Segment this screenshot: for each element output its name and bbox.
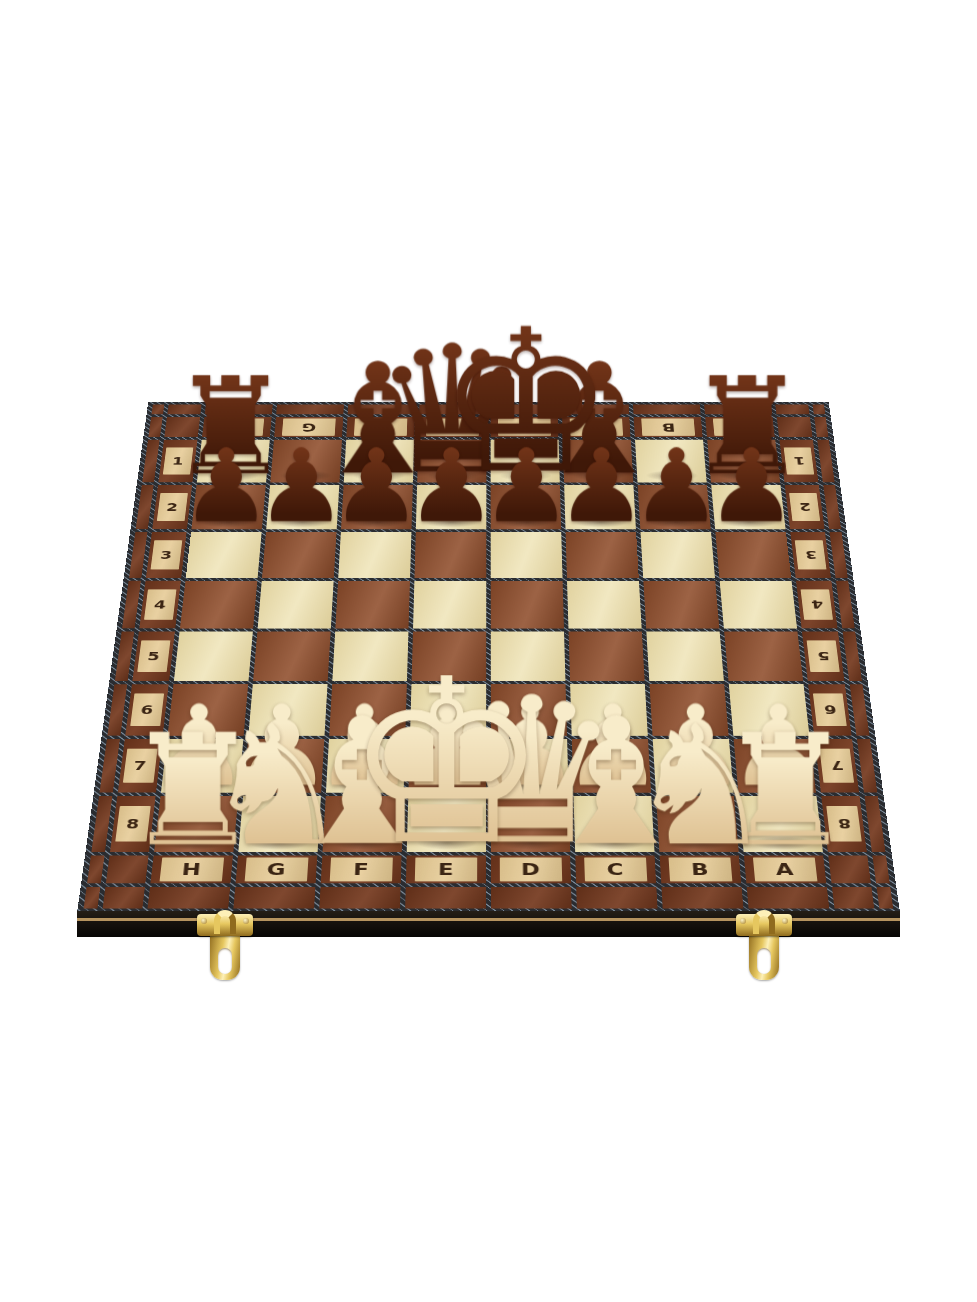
- piece-shadow: [335, 777, 395, 790]
- coord-bottom-a: A: [744, 855, 827, 883]
- frame-margin-cell: [832, 887, 874, 909]
- square-h6: [168, 684, 249, 736]
- coord-tag: 3: [150, 540, 182, 569]
- coord-label: 7: [133, 758, 148, 772]
- screw-icon: [201, 918, 207, 924]
- coord-tag: F: [354, 418, 408, 435]
- coord-tag: E: [426, 418, 479, 435]
- frame-margin-cell: [319, 887, 401, 909]
- piece-shadow: [572, 470, 625, 481]
- coord-top-g: G: [274, 417, 343, 437]
- frame-corner-cell: [777, 417, 813, 437]
- coord-left-7: 7: [118, 739, 163, 793]
- coord-label: G: [301, 421, 317, 433]
- coord-tag: H: [159, 857, 224, 881]
- square-a4: [720, 581, 797, 629]
- coord-label: 3: [804, 549, 818, 561]
- square-c6: [570, 684, 648, 736]
- coord-left-1: 1: [158, 440, 197, 483]
- clasp-hasp: [749, 930, 779, 980]
- square-d4: [491, 581, 564, 629]
- coord-bottom-g: G: [236, 855, 318, 883]
- folding-box-edge: [77, 911, 900, 937]
- coord-tag: G: [282, 418, 336, 435]
- clasp-arch: [753, 910, 775, 934]
- frame-margin-cell: [829, 532, 848, 578]
- frame-margin-cell: [348, 404, 416, 414]
- square-e6: [410, 684, 486, 736]
- piece-shadow: [751, 836, 813, 850]
- square-d7: ♟: [491, 739, 569, 793]
- coord-label: 4: [810, 598, 824, 611]
- coord-tag: D: [500, 857, 563, 881]
- coord-left-6: 6: [125, 684, 169, 736]
- coord-top-d: D: [491, 417, 559, 437]
- coord-tag: 3: [794, 540, 826, 569]
- frame-corner-cell: [828, 855, 871, 883]
- piece-shadow: [500, 836, 561, 850]
- coord-tag: 4: [144, 589, 177, 620]
- square-h5: [174, 632, 253, 682]
- square-b2: ♟: [638, 485, 711, 529]
- coord-top-h: H: [202, 417, 272, 437]
- square-a7: ♟: [734, 739, 816, 793]
- coord-label: 5: [816, 649, 831, 662]
- piece-shadow: [645, 470, 699, 481]
- frame-margin-cell: [103, 887, 145, 909]
- square-a6: [729, 684, 810, 736]
- coord-left-3: 3: [146, 532, 187, 578]
- coord-tag: D: [498, 418, 551, 435]
- square-h1: ♜: [197, 440, 270, 483]
- piece-shadow: [664, 777, 724, 790]
- coord-label: 8: [836, 816, 852, 831]
- coord-label: 4: [153, 598, 167, 611]
- frame-margin-cell: [747, 887, 830, 909]
- square-b8: ♞: [656, 796, 739, 852]
- coord-tag: C: [570, 418, 624, 435]
- frame-margin-cell: [100, 739, 121, 793]
- piece-shadow: [200, 517, 255, 528]
- piece-shadow: [718, 470, 772, 481]
- coord-left-8: 8: [110, 796, 156, 852]
- piece-glyph: ♚: [437, 287, 614, 517]
- square-d6: [491, 684, 567, 736]
- frame-margin-cell: [142, 440, 160, 483]
- coord-tag: H: [210, 418, 265, 435]
- square-c1: ♝: [563, 440, 633, 483]
- clasp-hasp: [210, 930, 240, 980]
- square-f4: [335, 581, 410, 629]
- piece-shadow: [499, 517, 553, 528]
- frame-margin-cell: [843, 632, 862, 682]
- square-f7: ♟: [326, 739, 405, 793]
- piece-shadow: [253, 777, 313, 790]
- square-e4: [413, 581, 486, 629]
- screw-icon: [782, 918, 788, 924]
- square-a5: [724, 632, 803, 682]
- screw-icon: [740, 918, 746, 924]
- square-g2: ♟: [266, 485, 339, 529]
- coord-tag: 1: [783, 447, 814, 474]
- frame-margin-cell: [122, 581, 141, 629]
- piece-shadow: [582, 777, 642, 790]
- square-f2: ♟: [341, 485, 413, 529]
- coord-tag: A: [753, 857, 818, 881]
- frame-margin-cell: [814, 417, 828, 437]
- clasp-left: [197, 914, 253, 998]
- coord-label: A: [775, 860, 795, 878]
- square-g6: [248, 684, 327, 736]
- coord-top-c: C: [562, 417, 631, 437]
- coord-top-f: F: [346, 417, 415, 437]
- frame-margin-cell: [872, 855, 890, 883]
- frame-margin-cell: [877, 887, 894, 909]
- frame-corner-cell: [106, 855, 149, 883]
- coord-label: C: [606, 860, 624, 878]
- square-a1: ♜: [707, 440, 780, 483]
- clasp-hole: [757, 948, 771, 974]
- square-a8: ♜: [739, 796, 823, 852]
- coord-tag: G: [245, 857, 309, 881]
- frame-margin-cell: [405, 887, 486, 909]
- coord-label: 7: [829, 758, 844, 772]
- square-h3: [186, 532, 262, 578]
- square-f1: ♝: [344, 440, 414, 483]
- square-f5: [332, 632, 408, 682]
- clasp-arch: [214, 910, 236, 934]
- coord-label: 8: [125, 816, 141, 831]
- piece-shadow: [722, 517, 777, 528]
- piece-shadow: [416, 836, 477, 850]
- frame-margin-cell: [813, 404, 826, 414]
- coord-tag: 6: [130, 693, 165, 726]
- piece-shadow: [418, 777, 477, 790]
- frame-margin-cell: [107, 684, 127, 736]
- screw-icon: [243, 918, 249, 924]
- coord-tag: F: [330, 857, 393, 881]
- coord-right-8: 8: [821, 796, 867, 852]
- square-f8: ♝: [323, 796, 404, 852]
- coord-tag: 6: [813, 693, 848, 726]
- coord-label: F: [353, 860, 370, 878]
- coord-tag: 8: [115, 806, 151, 842]
- coord-tag: 8: [826, 806, 862, 842]
- frame-margin-cell: [775, 404, 809, 414]
- coord-label: A: [732, 421, 748, 433]
- clasp-hole: [218, 948, 232, 974]
- frame-corner-cell: [164, 417, 200, 437]
- coord-right-1: 1: [779, 440, 818, 483]
- coord-label: D: [521, 860, 541, 878]
- board-perspective-wrapper: HGFEDCBA1♜♞♝♛♚♝♞♜12♟♟♟♟♟♟♟♟2334455667♟♟♟…: [77, 60, 900, 913]
- piece-shadow: [500, 777, 559, 790]
- piece-shadow: [170, 777, 231, 790]
- coord-label: 1: [171, 455, 184, 466]
- coord-bottom-f: F: [321, 855, 402, 883]
- coord-label: H: [181, 860, 203, 878]
- square-b3: [640, 532, 715, 578]
- square-b5: [646, 632, 724, 682]
- square-d3: [491, 532, 563, 578]
- frame-margin-cell: [850, 684, 870, 736]
- frame-margin-cell: [276, 404, 344, 414]
- coord-right-2: 2: [785, 485, 825, 529]
- square-g8: ♞: [238, 796, 321, 852]
- coord-top-b: B: [634, 417, 703, 437]
- piece-shadow: [499, 470, 552, 481]
- square-e7: ♟: [408, 739, 486, 793]
- coord-label: 2: [166, 501, 180, 513]
- piece-shadow: [164, 836, 226, 850]
- coord-label: 3: [159, 549, 173, 561]
- coord-bottom-c: C: [575, 855, 656, 883]
- coord-tag: 5: [806, 640, 840, 672]
- square-g1: ♞: [270, 440, 342, 483]
- coord-tag: B: [668, 857, 732, 881]
- frame-margin-cell: [91, 796, 112, 852]
- coord-right-7: 7: [815, 739, 860, 793]
- square-g4: [258, 581, 334, 629]
- square-h7: ♟: [161, 739, 243, 793]
- frame-margin-cell: [205, 404, 273, 414]
- frame-margin-cell: [704, 404, 772, 414]
- square-c7: ♟: [572, 739, 651, 793]
- coord-bottom-d: D: [491, 855, 571, 883]
- square-b1: ♞: [635, 440, 707, 483]
- frame-margin-cell: [87, 855, 105, 883]
- square-d8: ♛: [491, 796, 570, 852]
- coord-tag: 2: [789, 493, 821, 521]
- square-a3: [715, 532, 791, 578]
- coord-tag: A: [713, 418, 768, 435]
- frame-margin-cell: [857, 739, 878, 793]
- coord-top-e: E: [418, 417, 486, 437]
- square-f6: [329, 684, 407, 736]
- coord-label: 6: [140, 703, 155, 717]
- coord-bottom-e: E: [406, 855, 486, 883]
- frame-margin-cell: [836, 581, 855, 629]
- coord-label: 5: [147, 649, 162, 662]
- frame-margin-cell: [152, 404, 165, 414]
- square-e8: ♚: [407, 796, 486, 852]
- frame-margin-cell: [491, 404, 558, 414]
- frame-margin-cell: [129, 532, 148, 578]
- frame-margin-cell: [233, 887, 315, 909]
- coord-right-3: 3: [790, 532, 831, 578]
- frame-margin-cell: [491, 887, 572, 909]
- coord-tag: 7: [819, 748, 854, 782]
- product-photo-scene: HGFEDCBA1♜♞♝♛♚♝♞♜12♟♟♟♟♟♟♟♟2334455667♟♟♟…: [0, 0, 977, 1302]
- square-b6: [649, 684, 728, 736]
- square-f3: [338, 532, 411, 578]
- frame-margin-cell: [148, 417, 162, 437]
- coord-label: E: [446, 421, 459, 433]
- frame-margin-cell: [661, 887, 743, 909]
- piece-shadow: [332, 836, 393, 850]
- square-c4: [567, 581, 642, 629]
- coord-right-4: 4: [796, 581, 838, 629]
- coord-tag: E: [415, 857, 478, 881]
- square-c3: [566, 532, 639, 578]
- piece-shadow: [248, 836, 310, 850]
- coord-label: 1: [792, 455, 805, 466]
- coord-tag: 5: [137, 640, 171, 672]
- square-d1: ♚: [491, 440, 560, 483]
- frame-margin-cell: [84, 887, 101, 909]
- square-h8: ♜: [154, 796, 238, 852]
- piece-shadow: [424, 517, 478, 528]
- piece-shadow: [584, 836, 645, 850]
- frame-margin-cell: [167, 404, 201, 414]
- square-e3: [414, 532, 486, 578]
- coord-label: 2: [798, 501, 812, 513]
- coord-label: C: [589, 421, 603, 433]
- coord-top-a: A: [705, 417, 775, 437]
- square-h4: [180, 581, 257, 629]
- piece-shadow: [352, 470, 405, 481]
- piece-shadow: [275, 517, 330, 528]
- piece-shadow: [349, 517, 403, 528]
- piece-shadow: [668, 836, 730, 850]
- coord-left-4: 4: [139, 581, 181, 629]
- coord-label: G: [266, 860, 287, 878]
- square-g7: ♟: [243, 739, 324, 793]
- frame-margin-cell: [633, 404, 701, 414]
- square-c8: ♝: [573, 796, 654, 852]
- coord-label: B: [691, 860, 711, 878]
- square-b7: ♟: [653, 739, 734, 793]
- coord-right-5: 5: [802, 632, 845, 682]
- coord-label: E: [438, 860, 455, 878]
- square-e1: ♛: [417, 440, 486, 483]
- frame-margin-cell: [576, 887, 658, 909]
- square-e5: [412, 632, 487, 682]
- square-c2: ♟: [564, 485, 636, 529]
- square-b4: [643, 581, 719, 629]
- square-d2: ♟: [491, 485, 562, 529]
- frame-margin-cell: [115, 632, 134, 682]
- square-c5: [569, 632, 645, 682]
- frame-margin-cell: [419, 404, 486, 414]
- square-a2: ♟: [711, 485, 785, 529]
- frame-margin-cell: [817, 440, 835, 483]
- coord-left-2: 2: [152, 485, 192, 529]
- coord-label: 6: [822, 703, 837, 717]
- coord-tag: 1: [162, 447, 193, 474]
- coord-bottom-h: H: [150, 855, 233, 883]
- chess-board: HGFEDCBA1♜♞♝♛♚♝♞♜12♟♟♟♟♟♟♟♟2334455667♟♟♟…: [77, 402, 900, 913]
- square-d5: [491, 632, 566, 682]
- square-g3: [262, 532, 337, 578]
- coord-tag: C: [584, 857, 647, 881]
- coord-right-6: 6: [808, 684, 852, 736]
- piece-shadow: [205, 470, 259, 481]
- piece-shadow: [648, 517, 703, 528]
- piece-shadow: [425, 470, 478, 481]
- frame-margin-cell: [562, 404, 630, 414]
- coord-left-5: 5: [132, 632, 175, 682]
- piece-shadow: [279, 470, 333, 481]
- coord-label: F: [374, 421, 387, 433]
- frame-margin-cell: [148, 887, 231, 909]
- coord-label: B: [661, 421, 676, 433]
- coord-tag: 7: [122, 748, 157, 782]
- coord-label: D: [517, 421, 533, 433]
- frame-margin-cell: [864, 796, 885, 852]
- piece-shadow: [746, 777, 807, 790]
- coord-bottom-b: B: [660, 855, 742, 883]
- piece-shadow: [573, 517, 627, 528]
- clasp-right: [736, 914, 792, 998]
- square-g5: [253, 632, 331, 682]
- coord-tag: B: [641, 418, 695, 435]
- coord-label: H: [229, 421, 246, 433]
- square-e2: ♟: [416, 485, 487, 529]
- coord-tag: 2: [156, 493, 188, 521]
- frame-margin-cell: [136, 485, 154, 529]
- frame-margin-cell: [823, 485, 841, 529]
- square-h2: ♟: [191, 485, 265, 529]
- coord-tag: 4: [800, 589, 833, 620]
